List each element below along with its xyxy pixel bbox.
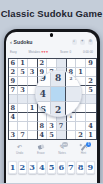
phone-mockup: ‹ Sudoku ◐✦⚙ Easy Mistakes ♥♥♥ Score: 0 … xyxy=(4,29,100,183)
phone-screen: ‹ Sudoku ◐✦⚙ Easy Mistakes ♥♥♥ Score: 0 … xyxy=(6,32,97,184)
status-bar: Easy Mistakes ♥♥♥ Score: 0 0:00:00 xyxy=(10,50,93,55)
back-button[interactable]: ‹ Sudoku xyxy=(10,38,33,46)
sudoku-cell[interactable]: 1 xyxy=(76,68,86,77)
sudoku-cell[interactable] xyxy=(28,59,38,68)
settings-icon[interactable]: ⚙ xyxy=(88,39,94,45)
magnifier-lens: 982 5462 xyxy=(35,70,82,117)
hint-badge: 1 xyxy=(86,142,91,147)
numpad-key-9[interactable]: 9 xyxy=(86,161,95,174)
page-title: Classic Sudoku Game xyxy=(0,8,103,19)
numpad-key-4[interactable]: 4 xyxy=(37,161,46,174)
sudoku-cell[interactable] xyxy=(86,95,96,104)
action-toolbar: ↶UndoErase✎OFFNotes1Hint xyxy=(9,144,94,158)
notes-badge: OFF xyxy=(62,142,69,147)
notes-icon: ✎OFF xyxy=(60,144,65,151)
sudoku-board: 612925397819273982 5548162488374374521 9… xyxy=(8,58,97,140)
sudoku-cell[interactable]: 1 xyxy=(18,59,28,68)
sudoku-cell[interactable] xyxy=(47,59,57,68)
sudoku-cell[interactable] xyxy=(86,68,96,77)
sudoku-cell[interactable]: 1 xyxy=(28,104,38,113)
sudoku-cell[interactable]: 3 xyxy=(18,86,28,95)
mistakes-indicator: Mistakes ♥♥♥ xyxy=(28,50,48,54)
mistakes-label: Mistakes xyxy=(28,50,40,54)
numpad-key-2[interactable]: 2 xyxy=(18,161,27,174)
number-pad: 123456789 xyxy=(8,161,95,174)
back-chevron-icon: ‹ xyxy=(10,38,12,46)
sudoku-cell[interactable] xyxy=(18,113,28,122)
numpad-key-1[interactable]: 1 xyxy=(8,161,17,174)
theme-icon[interactable]: ✦ xyxy=(80,39,86,45)
header-icons: ◐✦⚙ xyxy=(72,39,94,45)
numpad-key-6[interactable]: 6 xyxy=(57,161,66,174)
hint-button[interactable]: 1Hint xyxy=(75,144,91,156)
sudoku-cell[interactable] xyxy=(28,113,38,122)
notes-button[interactable]: ✎OFFNotes xyxy=(54,144,70,156)
camera-dot-icon xyxy=(50,33,54,37)
erase-button[interactable]: Erase xyxy=(33,144,49,156)
undo-label: Undo xyxy=(16,151,23,155)
screenshot-root: Classic Sudoku Game ‹ Sudoku ◐✦⚙ Easy Mi… xyxy=(0,0,103,183)
sudoku-cell[interactable] xyxy=(67,131,77,139)
sudoku-cell[interactable] xyxy=(86,113,96,122)
magnifier-cell: 8 xyxy=(51,71,66,86)
score-indicator: Score: 0 xyxy=(60,50,71,54)
sudoku-cell[interactable]: 4 xyxy=(9,113,19,122)
numpad-key-3[interactable]: 3 xyxy=(28,161,37,174)
sudoku-cell[interactable]: 3 xyxy=(9,131,19,139)
score-value: 0 xyxy=(70,50,72,54)
sudoku-cell[interactable] xyxy=(38,113,48,122)
sudoku-cell[interactable]: 9 xyxy=(86,59,96,68)
sudoku-cell[interactable] xyxy=(57,131,67,139)
sudoku-cell[interactable]: 9 xyxy=(9,77,19,86)
sudoku-cell[interactable]: 4 xyxy=(86,122,96,131)
sudoku-cell[interactable] xyxy=(18,122,28,131)
sudoku-cell[interactable] xyxy=(28,122,38,131)
sudoku-cell[interactable]: 3 xyxy=(47,122,57,131)
difficulty-label[interactable]: Easy xyxy=(10,50,17,54)
notes-label: Notes xyxy=(58,151,66,155)
magnifier-cell xyxy=(51,87,66,102)
score-label: Score: xyxy=(60,50,69,54)
undo-button[interactable]: ↶Undo xyxy=(12,144,28,156)
pencil-note: 8 xyxy=(70,115,72,119)
undo-icon: ↶ xyxy=(17,144,22,151)
timer: 0:00:00 xyxy=(83,50,93,54)
hint-label: Hint xyxy=(81,151,86,155)
sudoku-cell[interactable] xyxy=(18,95,28,104)
sudoku-cell[interactable] xyxy=(57,59,67,68)
erase-label: Erase xyxy=(37,151,45,155)
sudoku-cell[interactable]: 2 xyxy=(9,68,19,77)
sudoku-cell[interactable]: 5 xyxy=(18,68,28,77)
magnifier-cell: 2 xyxy=(51,102,66,117)
sudoku-cell[interactable]: 8 xyxy=(9,104,19,113)
sudoku-cell[interactable]: 8 xyxy=(38,122,48,131)
sudoku-cell[interactable] xyxy=(18,104,28,113)
sudoku-cell[interactable] xyxy=(86,104,96,113)
app-name-label: Sudoku xyxy=(14,39,33,45)
sudoku-cell[interactable] xyxy=(28,131,38,139)
hint-icon: 1 xyxy=(79,144,87,151)
magnifier-cell: 4 xyxy=(36,87,51,102)
sudoku-cell[interactable]: 7 xyxy=(57,122,67,131)
sudoku-cell[interactable] xyxy=(67,59,77,68)
sudoku-cell[interactable]: 6 xyxy=(9,59,19,68)
mistakes-hearts: ♥♥♥ xyxy=(41,50,48,54)
sudoku-cell[interactable]: 2 xyxy=(38,59,48,68)
numpad-key-8[interactable]: 8 xyxy=(76,161,85,174)
sudoku-cell[interactable]: 1 xyxy=(86,131,96,139)
sudoku-cell[interactable] xyxy=(9,95,19,104)
sudoku-cell[interactable] xyxy=(76,122,86,131)
sudoku-cell[interactable]: 5 xyxy=(86,86,96,95)
sudoku-cell[interactable]: 7 xyxy=(18,131,28,139)
sudoku-cell[interactable] xyxy=(76,113,86,122)
numpad-key-7[interactable]: 7 xyxy=(67,161,76,174)
sudoku-cell[interactable]: 2 xyxy=(76,131,86,139)
magnifier-grid: 982 5462 xyxy=(36,71,82,117)
sudoku-cell[interactable]: 4 xyxy=(38,131,48,139)
sudoku-cell[interactable] xyxy=(67,122,77,131)
sudoku-cell[interactable]: 2 xyxy=(86,77,96,86)
erase-icon xyxy=(38,144,44,151)
palette-icon[interactable]: ◐ xyxy=(72,39,78,45)
sudoku-cell[interactable]: 5 xyxy=(47,131,57,139)
magnifier-cell xyxy=(66,87,81,102)
sudoku-cell[interactable]: 3 xyxy=(28,68,38,77)
numpad-key-5[interactable]: 5 xyxy=(47,161,56,174)
sudoku-cell[interactable] xyxy=(18,77,28,86)
sudoku-cell[interactable] xyxy=(9,122,19,131)
sudoku-cell[interactable]: 7 xyxy=(9,86,19,95)
sudoku-cell[interactable] xyxy=(76,59,86,68)
app-header: ‹ Sudoku ◐✦⚙ xyxy=(10,38,93,46)
